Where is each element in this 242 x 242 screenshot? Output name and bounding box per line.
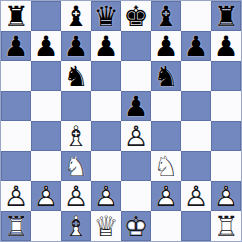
white-piece-fill: ♚ (121, 212, 151, 242)
square-f7[interactable]: ♟ (151, 31, 181, 61)
square-f3[interactable]: ♞♘ (151, 151, 181, 181)
square-e3[interactable] (121, 151, 151, 181)
piece-white-knight[interactable]: ♞♘ (151, 151, 181, 181)
white-piece-fill: ♟ (31, 182, 61, 212)
chess-board: ♜♝♛♚♝♜♟♟♟♟♟♟♟♞♞♟♝♗♟♙♞♘♞♘♟♙♟♙♟♙♟♙♟♙♟♙♟♙♜♖… (0, 0, 242, 242)
square-g1[interactable] (181, 211, 211, 241)
black-piece-fill: ♚ (121, 2, 151, 32)
square-c8[interactable]: ♝ (61, 1, 91, 31)
square-h1[interactable]: ♜♖ (211, 211, 241, 241)
white-piece-fill: ♛ (91, 212, 121, 242)
piece-black-knight[interactable]: ♞ (151, 61, 181, 91)
piece-black-pawn[interactable]: ♟ (1, 31, 31, 61)
black-piece-fill: ♜ (1, 2, 31, 32)
square-g7[interactable]: ♟ (181, 31, 211, 61)
square-g6[interactable] (181, 61, 211, 91)
piece-white-pawn[interactable]: ♟♙ (1, 181, 31, 211)
piece-black-bishop[interactable]: ♝ (61, 1, 91, 31)
square-d3[interactable] (91, 151, 121, 181)
white-piece-outline: ♙ (151, 182, 181, 212)
square-b6[interactable] (31, 61, 61, 91)
white-piece-fill: ♜ (211, 212, 241, 242)
white-piece-outline: ♔ (121, 212, 151, 242)
piece-white-pawn[interactable]: ♟♙ (211, 181, 241, 211)
square-h7[interactable]: ♟ (211, 31, 241, 61)
white-piece-fill: ♟ (151, 182, 181, 212)
square-f6[interactable]: ♞ (151, 61, 181, 91)
piece-white-pawn[interactable]: ♟♙ (181, 181, 211, 211)
square-c1[interactable]: ♝♗ (61, 211, 91, 241)
square-h6[interactable] (211, 61, 241, 91)
square-d1[interactable]: ♛♕ (91, 211, 121, 241)
square-a8[interactable]: ♜ (1, 1, 31, 31)
piece-white-pawn[interactable]: ♟♙ (61, 181, 91, 211)
piece-black-rook[interactable]: ♜ (211, 1, 241, 31)
square-h5[interactable] (211, 91, 241, 121)
white-piece-fill: ♞ (61, 152, 91, 182)
square-a4[interactable] (1, 121, 31, 151)
white-piece-outline: ♘ (61, 152, 91, 182)
square-e7[interactable] (121, 31, 151, 61)
square-e1[interactable]: ♚♔ (121, 211, 151, 241)
piece-black-pawn[interactable]: ♟ (121, 91, 151, 121)
square-a3[interactable] (1, 151, 31, 181)
square-c2[interactable]: ♟♙ (61, 181, 91, 211)
square-b1[interactable] (31, 211, 61, 241)
square-g5[interactable] (181, 91, 211, 121)
black-piece-fill: ♟ (1, 32, 31, 62)
square-c5[interactable] (61, 91, 91, 121)
square-a6[interactable] (1, 61, 31, 91)
white-piece-outline: ♘ (151, 152, 181, 182)
white-piece-outline: ♙ (31, 182, 61, 212)
square-h4[interactable] (211, 121, 241, 151)
white-piece-outline: ♙ (121, 122, 151, 152)
white-piece-fill: ♟ (211, 182, 241, 212)
piece-black-rook[interactable]: ♜ (1, 1, 31, 31)
white-piece-outline: ♙ (91, 182, 121, 212)
piece-black-knight[interactable]: ♞ (61, 61, 91, 91)
piece-black-pawn[interactable]: ♟ (181, 31, 211, 61)
square-c3[interactable]: ♞♘ (61, 151, 91, 181)
square-h3[interactable] (211, 151, 241, 181)
piece-white-knight[interactable]: ♞♘ (61, 151, 91, 181)
square-g3[interactable] (181, 151, 211, 181)
square-a5[interactable] (1, 91, 31, 121)
piece-black-pawn[interactable]: ♟ (31, 31, 61, 61)
square-g2[interactable]: ♟♙ (181, 181, 211, 211)
piece-white-pawn[interactable]: ♟♙ (151, 181, 181, 211)
black-piece-fill: ♞ (151, 62, 181, 92)
white-piece-fill: ♟ (61, 182, 91, 212)
white-piece-fill: ♝ (61, 212, 91, 242)
white-piece-outline: ♖ (1, 212, 31, 242)
square-g4[interactable] (181, 121, 211, 151)
piece-white-king[interactable]: ♚♔ (121, 211, 151, 241)
piece-black-queen[interactable]: ♛ (91, 1, 121, 31)
square-f8[interactable]: ♝ (151, 1, 181, 31)
white-piece-outline: ♙ (181, 182, 211, 212)
square-d8[interactable]: ♛ (91, 1, 121, 31)
square-f2[interactable]: ♟♙ (151, 181, 181, 211)
black-piece-fill: ♝ (61, 2, 91, 32)
white-piece-outline: ♗ (61, 212, 91, 242)
square-d4[interactable] (91, 121, 121, 151)
black-piece-fill: ♟ (181, 32, 211, 62)
white-piece-outline: ♙ (1, 182, 31, 212)
square-c6[interactable]: ♞ (61, 61, 91, 91)
square-b8[interactable] (31, 1, 61, 31)
black-piece-fill: ♝ (151, 2, 181, 32)
square-d7[interactable]: ♟ (91, 31, 121, 61)
piece-black-pawn[interactable]: ♟ (211, 31, 241, 61)
piece-white-pawn[interactable]: ♟♙ (31, 181, 61, 211)
white-piece-fill: ♞ (151, 152, 181, 182)
square-a7[interactable]: ♟ (1, 31, 31, 61)
white-piece-fill: ♟ (181, 182, 211, 212)
square-e2[interactable] (121, 181, 151, 211)
black-piece-fill: ♟ (91, 32, 121, 62)
square-h8[interactable]: ♜ (211, 1, 241, 31)
white-piece-outline: ♙ (211, 182, 241, 212)
piece-white-queen[interactable]: ♛♕ (91, 211, 121, 241)
black-piece-fill: ♞ (61, 62, 91, 92)
black-piece-fill: ♟ (61, 32, 91, 62)
piece-black-bishop[interactable]: ♝ (151, 1, 181, 31)
white-piece-outline: ♕ (91, 212, 121, 242)
black-piece-fill: ♟ (31, 32, 61, 62)
black-piece-fill: ♟ (121, 92, 151, 122)
square-e4[interactable]: ♟♙ (121, 121, 151, 151)
white-piece-fill: ♝ (61, 122, 91, 152)
square-g8[interactable] (181, 1, 211, 31)
square-f5[interactable] (151, 91, 181, 121)
black-piece-fill: ♛ (91, 2, 121, 32)
square-b4[interactable] (31, 121, 61, 151)
square-f4[interactable] (151, 121, 181, 151)
white-piece-outline: ♗ (61, 122, 91, 152)
square-e6[interactable] (121, 61, 151, 91)
white-piece-fill: ♟ (121, 122, 151, 152)
white-piece-fill: ♟ (1, 182, 31, 212)
square-b2[interactable]: ♟♙ (31, 181, 61, 211)
piece-white-rook[interactable]: ♜♖ (1, 211, 31, 241)
piece-white-bishop[interactable]: ♝♗ (61, 121, 91, 151)
square-e8[interactable]: ♚ (121, 1, 151, 31)
square-h2[interactable]: ♟♙ (211, 181, 241, 211)
black-piece-fill: ♟ (151, 32, 181, 62)
square-d6[interactable] (91, 61, 121, 91)
square-c7[interactable]: ♟ (61, 31, 91, 61)
square-b7[interactable]: ♟ (31, 31, 61, 61)
white-piece-fill: ♜ (1, 212, 31, 242)
square-b5[interactable] (31, 91, 61, 121)
piece-white-pawn[interactable]: ♟♙ (121, 121, 151, 151)
square-f1[interactable] (151, 211, 181, 241)
square-d2[interactable]: ♟♙ (91, 181, 121, 211)
square-a1[interactable]: ♜♖ (1, 211, 31, 241)
piece-black-pawn[interactable]: ♟ (151, 31, 181, 61)
square-b3[interactable] (31, 151, 61, 181)
square-d5[interactable] (91, 91, 121, 121)
piece-white-rook[interactable]: ♜♖ (211, 211, 241, 241)
square-c4[interactable]: ♝♗ (61, 121, 91, 151)
square-a2[interactable]: ♟♙ (1, 181, 31, 211)
black-piece-fill: ♜ (211, 2, 241, 32)
piece-white-pawn[interactable]: ♟♙ (91, 181, 121, 211)
piece-white-bishop[interactable]: ♝♗ (61, 211, 91, 241)
white-piece-outline: ♙ (61, 182, 91, 212)
piece-black-pawn[interactable]: ♟ (91, 31, 121, 61)
piece-black-king[interactable]: ♚ (121, 1, 151, 31)
white-piece-outline: ♖ (211, 212, 241, 242)
white-piece-fill: ♟ (91, 182, 121, 212)
square-e5[interactable]: ♟ (121, 91, 151, 121)
black-piece-fill: ♟ (211, 32, 241, 62)
piece-black-pawn[interactable]: ♟ (61, 31, 91, 61)
